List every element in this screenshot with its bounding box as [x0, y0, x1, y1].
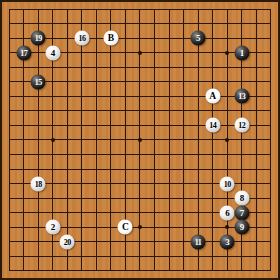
board-intersection[interactable] — [147, 234, 162, 249]
board-intersection[interactable] — [176, 234, 191, 249]
board-intersection[interactable] — [60, 60, 75, 75]
board-intersection[interactable] — [89, 75, 104, 90]
board-intersection[interactable] — [205, 17, 220, 32]
board-intersection[interactable] — [147, 249, 162, 264]
board-intersection[interactable] — [31, 220, 46, 235]
board-intersection[interactable] — [89, 89, 104, 104]
board-intersection[interactable] — [162, 263, 177, 278]
board-intersection[interactable] — [2, 176, 17, 191]
board-intersection[interactable] — [220, 147, 235, 162]
board-intersection[interactable] — [60, 249, 75, 264]
board-intersection[interactable] — [205, 205, 220, 220]
board-intersection[interactable] — [75, 220, 90, 235]
board-intersection[interactable] — [89, 17, 104, 32]
board-intersection[interactable] — [31, 118, 46, 133]
board-intersection[interactable] — [46, 205, 61, 220]
board-intersection[interactable] — [176, 118, 191, 133]
board-intersection[interactable] — [31, 249, 46, 264]
board-intersection[interactable] — [60, 205, 75, 220]
board-intersection[interactable] — [220, 249, 235, 264]
board-intersection[interactable]: 1 — [234, 46, 249, 61]
board-intersection[interactable] — [191, 147, 206, 162]
board-intersection[interactable] — [176, 263, 191, 278]
board-intersection[interactable] — [263, 249, 278, 264]
board-intersection[interactable] — [234, 162, 249, 177]
board-intersection[interactable] — [176, 75, 191, 90]
board-intersection[interactable] — [104, 205, 119, 220]
board-intersection[interactable] — [176, 31, 191, 46]
board-intersection[interactable] — [104, 133, 119, 148]
board-intersection[interactable] — [220, 118, 235, 133]
board-intersection[interactable] — [17, 220, 32, 235]
board-intersection[interactable] — [220, 46, 235, 61]
board-intersection[interactable] — [263, 60, 278, 75]
board-intersection[interactable] — [263, 147, 278, 162]
board-intersection[interactable] — [17, 89, 32, 104]
board-intersection[interactable] — [2, 17, 17, 32]
board-intersection[interactable] — [31, 89, 46, 104]
board-intersection[interactable] — [46, 147, 61, 162]
board-intersection[interactable] — [89, 147, 104, 162]
board-intersection[interactable] — [147, 176, 162, 191]
board-intersection[interactable] — [2, 89, 17, 104]
board-intersection[interactable] — [176, 89, 191, 104]
board-intersection[interactable] — [75, 162, 90, 177]
board-intersection[interactable] — [104, 263, 119, 278]
board-intersection[interactable] — [17, 191, 32, 206]
board-intersection[interactable]: 20 — [60, 234, 75, 249]
board-intersection[interactable] — [17, 147, 32, 162]
board-intersection[interactable] — [147, 75, 162, 90]
board-intersection[interactable] — [133, 118, 148, 133]
board-intersection[interactable] — [176, 220, 191, 235]
board-intersection[interactable] — [104, 234, 119, 249]
board-intersection[interactable] — [147, 220, 162, 235]
board-intersection[interactable] — [249, 263, 264, 278]
board-intersection[interactable] — [118, 17, 133, 32]
board-intersection[interactable] — [46, 118, 61, 133]
board-intersection[interactable]: 6 — [220, 205, 235, 220]
board-intersection[interactable] — [60, 2, 75, 17]
board-intersection[interactable]: 5 — [191, 31, 206, 46]
board-intersection[interactable] — [249, 17, 264, 32]
board-intersection[interactable]: C — [118, 220, 133, 235]
board-intersection[interactable] — [75, 89, 90, 104]
board-intersection[interactable] — [220, 263, 235, 278]
board-intersection[interactable] — [118, 205, 133, 220]
board-intersection[interactable] — [263, 2, 278, 17]
board-intersection[interactable] — [205, 162, 220, 177]
board-intersection[interactable] — [89, 249, 104, 264]
board-intersection[interactable] — [46, 133, 61, 148]
board-intersection[interactable] — [31, 2, 46, 17]
board-intersection[interactable] — [191, 162, 206, 177]
board-intersection[interactable] — [263, 17, 278, 32]
board-intersection[interactable] — [147, 60, 162, 75]
board-intersection[interactable] — [176, 60, 191, 75]
board-intersection[interactable] — [46, 263, 61, 278]
board-intersection[interactable]: 19 — [31, 31, 46, 46]
board-intersection[interactable] — [133, 89, 148, 104]
board-intersection[interactable]: 18 — [31, 176, 46, 191]
board-intersection[interactable] — [147, 263, 162, 278]
board-intersection[interactable] — [162, 133, 177, 148]
board-intersection[interactable] — [2, 2, 17, 17]
board-intersection[interactable] — [104, 89, 119, 104]
board-intersection[interactable] — [191, 46, 206, 61]
board-intersection[interactable] — [133, 133, 148, 148]
board-intersection[interactable] — [60, 147, 75, 162]
board-intersection[interactable] — [249, 234, 264, 249]
board-intersection[interactable] — [133, 147, 148, 162]
board-intersection[interactable] — [17, 75, 32, 90]
board-intersection[interactable] — [118, 31, 133, 46]
board-intersection[interactable] — [147, 162, 162, 177]
board-intersection[interactable] — [147, 191, 162, 206]
board-intersection[interactable] — [220, 191, 235, 206]
board-intersection[interactable] — [249, 60, 264, 75]
board-intersection[interactable] — [234, 2, 249, 17]
board-intersection[interactable] — [104, 220, 119, 235]
board-intersection[interactable] — [60, 220, 75, 235]
board-intersection[interactable]: 8 — [234, 191, 249, 206]
board-intersection[interactable] — [176, 176, 191, 191]
board-intersection[interactable] — [133, 176, 148, 191]
board-intersection[interactable] — [249, 75, 264, 90]
board-intersection[interactable] — [205, 147, 220, 162]
board-intersection[interactable] — [147, 17, 162, 32]
board-intersection[interactable] — [162, 234, 177, 249]
board-intersection[interactable] — [89, 2, 104, 17]
board-intersection[interactable] — [263, 191, 278, 206]
board-intersection[interactable] — [205, 191, 220, 206]
board-intersection[interactable] — [191, 176, 206, 191]
board-intersection[interactable] — [46, 2, 61, 17]
board-intersection[interactable] — [104, 75, 119, 90]
board-intersection[interactable] — [205, 31, 220, 46]
board-intersection[interactable] — [31, 60, 46, 75]
board-intersection[interactable] — [89, 191, 104, 206]
board-intersection[interactable] — [220, 220, 235, 235]
board-intersection[interactable] — [191, 60, 206, 75]
board-intersection[interactable] — [89, 60, 104, 75]
board-intersection[interactable] — [133, 75, 148, 90]
board-intersection[interactable] — [17, 176, 32, 191]
board-intersection[interactable] — [75, 205, 90, 220]
board-intersection[interactable] — [118, 249, 133, 264]
board-intersection[interactable] — [176, 104, 191, 119]
board-intersection[interactable] — [89, 46, 104, 61]
board-intersection[interactable] — [220, 75, 235, 90]
board-intersection[interactable] — [118, 162, 133, 177]
board-intersection[interactable] — [17, 2, 32, 17]
board-intersection[interactable] — [89, 118, 104, 133]
board-intersection[interactable] — [162, 60, 177, 75]
board-intersection[interactable] — [2, 191, 17, 206]
board-intersection[interactable] — [17, 263, 32, 278]
board-intersection[interactable] — [17, 104, 32, 119]
board-intersection[interactable] — [234, 75, 249, 90]
board-intersection[interactable] — [46, 104, 61, 119]
board-intersection[interactable] — [234, 133, 249, 148]
board-intersection[interactable] — [75, 147, 90, 162]
board-intersection[interactable] — [162, 147, 177, 162]
board-intersection[interactable] — [191, 118, 206, 133]
board-intersection[interactable] — [60, 17, 75, 32]
board-intersection[interactable] — [75, 133, 90, 148]
board-intersection[interactable] — [162, 17, 177, 32]
board-intersection[interactable] — [147, 89, 162, 104]
board-intersection[interactable] — [234, 147, 249, 162]
board-intersection[interactable] — [191, 263, 206, 278]
board-intersection[interactable] — [31, 263, 46, 278]
board-intersection[interactable]: 15 — [31, 75, 46, 90]
board-intersection[interactable] — [118, 176, 133, 191]
board-intersection[interactable] — [176, 162, 191, 177]
board-intersection[interactable] — [46, 75, 61, 90]
board-intersection[interactable] — [75, 2, 90, 17]
board-intersection[interactable] — [162, 104, 177, 119]
board-intersection[interactable] — [263, 133, 278, 148]
board-intersection[interactable] — [205, 104, 220, 119]
board-intersection[interactable] — [60, 89, 75, 104]
board-intersection[interactable] — [60, 75, 75, 90]
board-intersection[interactable] — [2, 60, 17, 75]
board-intersection[interactable] — [31, 191, 46, 206]
board-intersection[interactable] — [147, 104, 162, 119]
board-intersection[interactable]: A — [205, 89, 220, 104]
board-intersection[interactable] — [176, 46, 191, 61]
board-intersection[interactable] — [220, 162, 235, 177]
board-intersection[interactable] — [118, 147, 133, 162]
board-intersection[interactable] — [191, 89, 206, 104]
board-intersection[interactable] — [162, 2, 177, 17]
board-intersection[interactable]: 7 — [234, 205, 249, 220]
board-intersection[interactable] — [17, 162, 32, 177]
board-intersection[interactable] — [162, 205, 177, 220]
board-intersection[interactable] — [2, 234, 17, 249]
board-intersection[interactable] — [60, 104, 75, 119]
board-intersection[interactable] — [104, 162, 119, 177]
board-intersection[interactable] — [249, 162, 264, 177]
board-intersection[interactable] — [220, 60, 235, 75]
board-intersection[interactable] — [31, 162, 46, 177]
board-intersection[interactable] — [263, 162, 278, 177]
board-intersection[interactable] — [176, 191, 191, 206]
board-intersection[interactable] — [133, 162, 148, 177]
board-intersection[interactable] — [263, 31, 278, 46]
board-intersection[interactable] — [2, 162, 17, 177]
board-intersection[interactable] — [176, 2, 191, 17]
board-intersection[interactable] — [118, 118, 133, 133]
board-intersection[interactable] — [46, 176, 61, 191]
board-intersection[interactable] — [220, 31, 235, 46]
board-intersection[interactable] — [89, 31, 104, 46]
board-intersection[interactable] — [60, 46, 75, 61]
board-intersection[interactable] — [2, 249, 17, 264]
board-intersection[interactable] — [17, 249, 32, 264]
board-intersection[interactable] — [133, 60, 148, 75]
board-intersection[interactable] — [2, 147, 17, 162]
board-intersection[interactable] — [46, 249, 61, 264]
board-intersection[interactable] — [249, 89, 264, 104]
board-intersection[interactable] — [75, 75, 90, 90]
board-intersection[interactable] — [205, 133, 220, 148]
board-intersection[interactable] — [249, 133, 264, 148]
board-intersection[interactable] — [60, 162, 75, 177]
board-intersection[interactable] — [89, 263, 104, 278]
board-intersection[interactable] — [176, 205, 191, 220]
board-intersection[interactable] — [2, 31, 17, 46]
board-intersection[interactable] — [118, 104, 133, 119]
board-intersection[interactable] — [46, 234, 61, 249]
board-intersection[interactable] — [249, 2, 264, 17]
board-intersection[interactable] — [2, 75, 17, 90]
board-intersection[interactable] — [89, 162, 104, 177]
board-intersection[interactable] — [162, 118, 177, 133]
board-intersection[interactable] — [147, 118, 162, 133]
board-intersection[interactable]: 3 — [220, 234, 235, 249]
board-intersection[interactable] — [133, 46, 148, 61]
board-intersection[interactable] — [191, 104, 206, 119]
board-intersection[interactable] — [234, 17, 249, 32]
board-intersection[interactable] — [220, 89, 235, 104]
board-intersection[interactable] — [176, 147, 191, 162]
board-intersection[interactable] — [75, 234, 90, 249]
board-intersection[interactable] — [249, 31, 264, 46]
board-intersection[interactable] — [133, 17, 148, 32]
board-intersection[interactable] — [89, 104, 104, 119]
board-intersection[interactable] — [46, 17, 61, 32]
board-intersection[interactable] — [118, 2, 133, 17]
board-intersection[interactable] — [60, 191, 75, 206]
board-intersection[interactable] — [118, 75, 133, 90]
board-intersection[interactable] — [191, 249, 206, 264]
board-intersection[interactable] — [31, 147, 46, 162]
board-intersection[interactable] — [191, 2, 206, 17]
board-intersection[interactable] — [263, 89, 278, 104]
board-intersection[interactable] — [17, 17, 32, 32]
board-intersection[interactable] — [147, 133, 162, 148]
board-intersection[interactable] — [205, 75, 220, 90]
board-intersection[interactable] — [234, 234, 249, 249]
board-intersection[interactable] — [220, 133, 235, 148]
board-intersection[interactable] — [205, 234, 220, 249]
board-intersection[interactable] — [60, 31, 75, 46]
board-intersection[interactable] — [60, 176, 75, 191]
board-intersection[interactable] — [104, 176, 119, 191]
board-intersection[interactable] — [118, 89, 133, 104]
board-intersection[interactable] — [133, 263, 148, 278]
board-intersection[interactable] — [162, 191, 177, 206]
board-intersection[interactable] — [104, 147, 119, 162]
board-intersection[interactable] — [2, 263, 17, 278]
board-intersection[interactable]: 11 — [191, 234, 206, 249]
board-intersection[interactable] — [263, 234, 278, 249]
board-intersection[interactable] — [31, 17, 46, 32]
board-intersection[interactable] — [104, 249, 119, 264]
board-intersection[interactable] — [17, 31, 32, 46]
board-intersection[interactable]: B — [104, 31, 119, 46]
board-intersection[interactable] — [2, 133, 17, 148]
board-intersection[interactable] — [205, 263, 220, 278]
board-intersection[interactable] — [205, 220, 220, 235]
board-intersection[interactable] — [104, 191, 119, 206]
board-intersection[interactable] — [17, 205, 32, 220]
board-intersection[interactable] — [176, 17, 191, 32]
board-intersection[interactable] — [220, 104, 235, 119]
board-intersection[interactable] — [133, 220, 148, 235]
board-intersection[interactable] — [191, 17, 206, 32]
board-intersection[interactable] — [263, 263, 278, 278]
board-intersection[interactable] — [205, 176, 220, 191]
board-intersection[interactable] — [249, 147, 264, 162]
board-intersection[interactable] — [104, 60, 119, 75]
board-intersection[interactable] — [133, 191, 148, 206]
board-intersection[interactable] — [2, 118, 17, 133]
board-intersection[interactable] — [234, 176, 249, 191]
board-intersection[interactable] — [249, 176, 264, 191]
board-intersection[interactable] — [104, 17, 119, 32]
board-intersection[interactable] — [118, 234, 133, 249]
board-intersection[interactable] — [2, 220, 17, 235]
board-intersection[interactable]: 12 — [234, 118, 249, 133]
board-intersection[interactable] — [176, 249, 191, 264]
board-intersection[interactable] — [118, 46, 133, 61]
board-intersection[interactable] — [89, 133, 104, 148]
board-intersection[interactable] — [75, 17, 90, 32]
board-intersection[interactable] — [147, 147, 162, 162]
board-intersection[interactable] — [2, 104, 17, 119]
board-intersection[interactable] — [133, 234, 148, 249]
board-intersection[interactable] — [104, 104, 119, 119]
board-intersection[interactable] — [118, 263, 133, 278]
board-intersection[interactable] — [2, 46, 17, 61]
board-intersection[interactable] — [162, 31, 177, 46]
board-intersection[interactable] — [176, 133, 191, 148]
board-intersection[interactable] — [263, 104, 278, 119]
board-intersection[interactable]: 10 — [220, 176, 235, 191]
board-intersection[interactable] — [263, 220, 278, 235]
board-intersection[interactable] — [75, 263, 90, 278]
board-intersection[interactable] — [133, 249, 148, 264]
board-intersection[interactable] — [60, 263, 75, 278]
board-intersection[interactable] — [75, 191, 90, 206]
board-intersection[interactable] — [234, 104, 249, 119]
board-intersection[interactable] — [263, 205, 278, 220]
board-intersection[interactable] — [147, 2, 162, 17]
board-intersection[interactable] — [249, 46, 264, 61]
board-intersection[interactable] — [133, 2, 148, 17]
board-intersection[interactable] — [162, 75, 177, 90]
board-intersection[interactable] — [162, 220, 177, 235]
board-intersection[interactable] — [249, 249, 264, 264]
board-intersection[interactable] — [205, 60, 220, 75]
board-intersection[interactable] — [75, 60, 90, 75]
board-intersection[interactable]: 14 — [205, 118, 220, 133]
board-intersection[interactable] — [249, 205, 264, 220]
board-intersection[interactable] — [147, 46, 162, 61]
board-intersection[interactable] — [75, 249, 90, 264]
board-intersection[interactable] — [133, 31, 148, 46]
board-intersection[interactable] — [162, 46, 177, 61]
board-intersection[interactable] — [60, 118, 75, 133]
board-intersection[interactable] — [191, 75, 206, 90]
board-intersection[interactable] — [46, 191, 61, 206]
board-intersection[interactable] — [46, 162, 61, 177]
board-intersection[interactable] — [191, 133, 206, 148]
board-intersection[interactable] — [75, 104, 90, 119]
